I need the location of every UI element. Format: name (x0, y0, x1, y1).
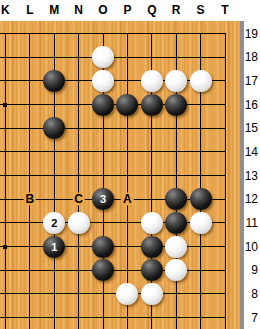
black-stone-Q16[interactable] (141, 94, 163, 116)
letter-marker-B-L12[interactable]: B (23, 193, 36, 206)
black-stone-O12[interactable]: 3 (92, 188, 114, 210)
grid-line-horizontal-7 (0, 317, 226, 318)
white-stone-Q17[interactable] (141, 70, 163, 92)
row-label-14: 14 (243, 145, 258, 159)
row-label-15: 15 (243, 121, 258, 135)
black-stone-O16[interactable] (92, 94, 114, 116)
white-stone-M11[interactable]: 2 (43, 212, 65, 234)
black-stone-M15[interactable] (43, 117, 65, 139)
column-label-L: L (21, 2, 39, 18)
column-label-R: R (167, 2, 185, 18)
black-stone-M17[interactable] (43, 70, 65, 92)
move-number-label-M11: 2 (43, 217, 65, 229)
column-label-N: N (70, 2, 88, 18)
grid-line-vertical-T (225, 34, 226, 329)
letter-marker-C-N12[interactable]: C (72, 193, 85, 206)
black-stone-R12[interactable] (165, 188, 187, 210)
row-label-19: 19 (243, 27, 258, 41)
column-label-O: O (94, 2, 112, 18)
grid-line-horizontal-8 (0, 293, 226, 294)
star-point-K10 (3, 245, 7, 249)
black-stone-M10[interactable]: 1 (43, 236, 65, 258)
letter-marker-A-P12[interactable]: A (121, 193, 134, 206)
white-stone-O17[interactable] (92, 70, 114, 92)
grid-line-vertical-L (29, 34, 30, 329)
row-label-12: 12 (243, 192, 258, 206)
row-label-11: 11 (243, 216, 258, 230)
row-label-18: 18 (243, 50, 258, 64)
row-label-13: 13 (243, 169, 258, 183)
column-label-Q: Q (143, 2, 161, 18)
grid-line-vertical-K (5, 34, 6, 329)
white-stone-S17[interactable] (190, 70, 212, 92)
go-board[interactable]: ABC321 (0, 21, 240, 329)
grid-line-horizontal-14 (0, 151, 226, 152)
black-stone-O9[interactable] (92, 259, 114, 281)
black-stone-P16[interactable] (116, 94, 138, 116)
white-stone-R10[interactable] (165, 236, 187, 258)
move-number-label-M10: 1 (43, 240, 65, 252)
white-stone-O18[interactable] (92, 46, 114, 68)
black-stone-R11[interactable] (165, 212, 187, 234)
black-stone-Q9[interactable] (141, 259, 163, 281)
white-stone-Q11[interactable] (141, 212, 163, 234)
row-label-17: 17 (243, 74, 258, 88)
row-label-8: 8 (243, 287, 258, 301)
white-stone-R9[interactable] (165, 259, 187, 281)
black-stone-R16[interactable] (165, 94, 187, 116)
row-label-7: 7 (243, 311, 258, 325)
black-stone-O10[interactable] (92, 236, 114, 258)
column-label-T: T (216, 2, 234, 18)
move-number-label-O12: 3 (92, 193, 114, 205)
white-stone-Q8[interactable] (141, 283, 163, 305)
star-point-K16 (3, 103, 7, 107)
grid-line-horizontal-13 (0, 175, 226, 176)
grid-line-vertical-N (78, 34, 79, 329)
white-stone-N11[interactable] (68, 212, 90, 234)
white-stone-R17[interactable] (165, 70, 187, 92)
grid-line-horizontal-19 (0, 33, 226, 34)
column-label-S: S (192, 2, 210, 18)
white-stone-P8[interactable] (116, 283, 138, 305)
row-label-10: 10 (243, 240, 258, 254)
black-stone-Q10[interactable] (141, 236, 163, 258)
black-stone-S12[interactable] (190, 188, 212, 210)
grid-line-horizontal-15 (0, 128, 226, 129)
column-label-K: K (0, 2, 14, 18)
go-diagram: KLMNOPQRST ABC321 1918171615141312111098… (0, 0, 260, 329)
column-label-M: M (45, 2, 63, 18)
row-label-16: 16 (243, 98, 258, 112)
white-stone-S11[interactable] (190, 212, 212, 234)
row-label-9: 9 (243, 263, 258, 277)
column-label-P: P (118, 2, 136, 18)
